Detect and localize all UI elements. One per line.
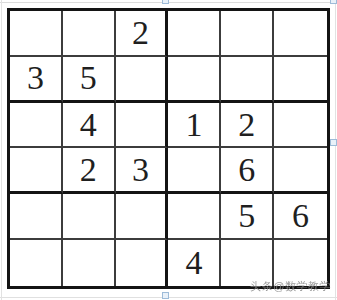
sudoku-board[interactable]: 235412236564 <box>7 8 330 289</box>
cell-r5c6: 6 <box>274 194 327 240</box>
cell-r2c1: 3 <box>10 57 63 103</box>
cell-r1c6 <box>274 11 327 57</box>
cell-r3c4: 1 <box>168 103 221 149</box>
cell-r4c4 <box>168 148 221 194</box>
cell-r2c2: 5 <box>63 57 116 103</box>
watermark: 头条@数学教学 <box>250 279 331 294</box>
cell-r2c5 <box>221 57 274 103</box>
cell-r3c5: 2 <box>221 103 274 149</box>
cell-r4c6 <box>274 148 327 194</box>
resize-handle-right-middle[interactable] <box>330 139 337 146</box>
cell-r6c2 <box>63 240 116 286</box>
cell-r6c4: 4 <box>168 240 221 286</box>
resize-handle-bottom-center[interactable] <box>162 292 169 299</box>
cell-r3c1 <box>10 103 63 149</box>
background-gridline-left <box>1 0 2 300</box>
cell-r4c2: 2 <box>63 148 116 194</box>
cell-r5c2 <box>63 194 116 240</box>
cell-r2c6 <box>274 57 327 103</box>
cell-r3c2: 4 <box>63 103 116 149</box>
cell-r2c4 <box>168 57 221 103</box>
cell-r5c1 <box>10 194 63 240</box>
resize-handle-top-right[interactable] <box>330 0 337 4</box>
cell-r3c6 <box>274 103 327 149</box>
cell-r4c3: 3 <box>116 148 169 194</box>
cell-r5c4 <box>168 194 221 240</box>
cell-r1c5 <box>221 11 274 57</box>
cell-r1c4 <box>168 11 221 57</box>
cell-r5c5: 5 <box>221 194 274 240</box>
cell-r2c3 <box>116 57 169 103</box>
background-gridline-right <box>335 0 336 300</box>
resize-handle-top-center[interactable] <box>162 0 169 4</box>
cell-r3c3 <box>116 103 169 149</box>
cell-r4c5: 6 <box>221 148 274 194</box>
cell-r5c3 <box>116 194 169 240</box>
cell-r4c1 <box>10 148 63 194</box>
editor-canvas: 235412236564 头条@数学教学 <box>0 0 337 300</box>
cell-r1c1 <box>10 11 63 57</box>
cell-r1c2 <box>63 11 116 57</box>
cell-r6c3 <box>116 240 169 286</box>
cell-r6c1 <box>10 240 63 286</box>
cell-r1c3: 2 <box>116 11 169 57</box>
